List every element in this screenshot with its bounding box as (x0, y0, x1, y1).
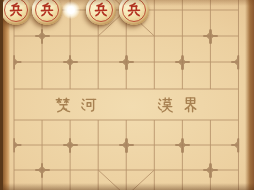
position-marker (63, 138, 78, 153)
board-left-edge (0, 0, 3, 190)
position-marker (35, 163, 50, 178)
char-chu (54, 95, 73, 114)
top-shadow (0, 0, 254, 6)
river-label-chu-he (54, 95, 98, 114)
river-label-han-jie (156, 95, 200, 114)
position-marker (35, 29, 50, 44)
xiangqi-board[interactable] (0, 0, 254, 190)
position-marker (175, 55, 190, 70)
bottom-shadow (0, 183, 254, 190)
position-marker (175, 138, 190, 153)
position-marker (119, 138, 134, 153)
position-marker (203, 29, 218, 44)
position-marker (63, 55, 78, 70)
board-right-frame (245, 0, 254, 190)
char-he (79, 95, 98, 114)
position-marker (203, 163, 218, 178)
position-marker (119, 55, 134, 70)
char-han (156, 95, 175, 114)
char-jie (181, 95, 200, 114)
